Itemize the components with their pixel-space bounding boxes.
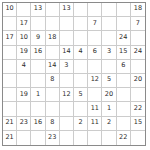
cell-r7c8[interactable]: 20 xyxy=(102,88,116,102)
cell-r6c3[interactable] xyxy=(31,74,45,88)
cell-r2c8[interactable] xyxy=(102,17,116,31)
cell-r3c7[interactable] xyxy=(88,31,102,45)
clue-number: 11 xyxy=(91,119,99,126)
cell-r3c9[interactable]: 24 xyxy=(117,31,131,45)
clue-number: 4 xyxy=(79,48,83,55)
cell-r8c9[interactable] xyxy=(117,102,131,116)
cell-r5c8[interactable] xyxy=(102,60,116,74)
cell-r4c7[interactable]: 6 xyxy=(88,46,102,60)
cell-r7c3[interactable]: 1 xyxy=(31,88,45,102)
cell-r7c9[interactable] xyxy=(117,88,131,102)
cell-r4c6[interactable]: 4 xyxy=(74,46,88,60)
clue-number: 23 xyxy=(48,134,56,141)
clue-number: 8 xyxy=(50,76,54,83)
clue-number: 23 xyxy=(20,119,28,126)
cell-r1c9[interactable] xyxy=(117,3,131,17)
cell-r9c1[interactable]: 21 xyxy=(3,117,17,131)
cell-r10c10[interactable] xyxy=(131,131,145,145)
clue-number: 17 xyxy=(5,34,13,41)
cell-r9c10[interactable]: 15 xyxy=(131,117,145,131)
cell-r3c6[interactable] xyxy=(74,31,88,45)
cell-r7c7[interactable] xyxy=(88,88,102,102)
cell-r6c2[interactable] xyxy=(17,74,31,88)
clue-number: 5 xyxy=(79,91,83,98)
cell-r2c4[interactable] xyxy=(46,17,60,31)
cell-r2c2[interactable]: 17 xyxy=(17,17,31,31)
cell-r4c2[interactable]: 19 xyxy=(17,46,31,60)
cell-r4c3[interactable]: 16 xyxy=(31,46,45,60)
cell-r10c6[interactable] xyxy=(74,131,88,145)
cell-r9c3[interactable]: 16 xyxy=(31,117,45,131)
cell-r4c4[interactable] xyxy=(46,46,60,60)
clue-number: 9 xyxy=(36,34,40,41)
clue-number: 22 xyxy=(119,134,127,141)
clue-number: 1 xyxy=(107,105,111,112)
clue-number: 14 xyxy=(48,62,56,69)
cell-r8c3[interactable] xyxy=(31,102,45,116)
cell-r5c1[interactable] xyxy=(3,60,17,74)
cell-r9c2[interactable]: 23 xyxy=(17,117,31,131)
cell-r7c10[interactable] xyxy=(131,88,145,102)
cell-r1c6[interactable] xyxy=(74,3,88,17)
cell-r3c2[interactable]: 10 xyxy=(17,31,31,45)
clue-number: 11 xyxy=(91,105,99,112)
clue-number: 15 xyxy=(119,48,127,55)
clue-number: 12 xyxy=(62,91,70,98)
clue-number: 24 xyxy=(134,48,142,55)
clue-number: 3 xyxy=(107,48,111,55)
cell-r4c1[interactable] xyxy=(3,46,17,60)
cell-r6c6[interactable] xyxy=(74,74,88,88)
cell-r6c4[interactable]: 8 xyxy=(46,74,60,88)
cell-r1c1[interactable]: 10 xyxy=(3,3,17,17)
cell-r1c8[interactable] xyxy=(102,3,116,17)
cell-r8c7[interactable]: 11 xyxy=(88,102,102,116)
cell-r6c1[interactable] xyxy=(3,74,17,88)
clue-number: 16 xyxy=(34,119,42,126)
cell-r4c9[interactable]: 15 xyxy=(117,46,131,60)
cell-r1c3[interactable]: 13 xyxy=(31,3,45,17)
clue-number: 12 xyxy=(91,76,99,83)
cell-r9c6[interactable]: 2 xyxy=(74,117,88,131)
clue-number: 18 xyxy=(134,5,142,12)
cell-r5c7[interactable] xyxy=(88,60,102,74)
cell-r5c5[interactable]: 3 xyxy=(60,60,74,74)
cell-r5c10[interactable] xyxy=(131,60,145,74)
cell-r4c10[interactable]: 24 xyxy=(131,46,145,60)
cell-r8c2[interactable] xyxy=(17,102,31,116)
cell-r10c8[interactable] xyxy=(102,131,116,145)
cell-r6c5[interactable] xyxy=(60,74,74,88)
clue-number: 14 xyxy=(62,48,70,55)
clue-number: 20 xyxy=(105,91,113,98)
cell-r9c8[interactable]: 2 xyxy=(102,117,116,131)
cell-r5c2[interactable]: 4 xyxy=(17,60,31,74)
cell-r7c4[interactable] xyxy=(46,88,60,102)
cell-r9c4[interactable]: 8 xyxy=(46,117,60,131)
cell-r4c8[interactable]: 3 xyxy=(102,46,116,60)
clue-number: 5 xyxy=(107,76,111,83)
cell-r6c8[interactable]: 5 xyxy=(102,74,116,88)
clue-number: 22 xyxy=(134,105,142,112)
clue-number: 2 xyxy=(107,119,111,126)
cell-r3c1[interactable]: 17 xyxy=(3,31,17,45)
cell-r10c7[interactable] xyxy=(88,131,102,145)
cell-r9c9[interactable] xyxy=(117,117,131,131)
clue-number: 24 xyxy=(119,34,127,41)
cell-r2c1[interactable] xyxy=(3,17,17,31)
cell-r8c4[interactable] xyxy=(46,102,60,116)
clue-number: 3 xyxy=(64,62,68,69)
clue-number: 6 xyxy=(93,48,97,55)
cell-r3c8[interactable] xyxy=(102,31,116,45)
cell-r7c2[interactable]: 19 xyxy=(17,88,31,102)
clue-number: 21 xyxy=(5,134,13,141)
clue-number: 6 xyxy=(121,62,125,69)
cell-r6c10[interactable]: 20 xyxy=(131,74,145,88)
cell-r1c10[interactable]: 18 xyxy=(131,3,145,17)
cell-r10c4[interactable]: 23 xyxy=(46,131,60,145)
cell-r7c5[interactable]: 12 xyxy=(60,88,74,102)
cell-r7c1[interactable] xyxy=(3,88,17,102)
clue-number: 4 xyxy=(22,62,26,69)
cell-r8c10[interactable]: 22 xyxy=(131,102,145,116)
cell-r5c9[interactable]: 6 xyxy=(117,60,131,74)
clue-number: 7 xyxy=(93,20,97,27)
cell-r2c7[interactable]: 7 xyxy=(88,17,102,31)
cell-r8c6[interactable] xyxy=(74,102,88,116)
clue-number: 8 xyxy=(50,119,54,126)
clue-number: 20 xyxy=(134,76,142,83)
cell-r1c7[interactable] xyxy=(88,3,102,17)
cell-r10c9[interactable]: 22 xyxy=(117,131,131,145)
puzzle-board: 1013131817771710918241916144631524414368… xyxy=(2,2,146,146)
cell-r6c7[interactable]: 12 xyxy=(88,74,102,88)
clue-number: 15 xyxy=(134,119,142,126)
clue-number: 13 xyxy=(34,5,42,12)
cell-r7c6[interactable]: 5 xyxy=(74,88,88,102)
clue-number: 19 xyxy=(20,91,28,98)
cell-r3c3[interactable]: 9 xyxy=(31,31,45,45)
cell-r3c10[interactable] xyxy=(131,31,145,45)
cell-r6c9[interactable] xyxy=(117,74,131,88)
clue-number: 7 xyxy=(136,20,140,27)
cell-r8c1[interactable] xyxy=(3,102,17,116)
cell-r8c5[interactable] xyxy=(60,102,74,116)
cell-r10c5[interactable] xyxy=(60,131,74,145)
cell-r2c6[interactable] xyxy=(74,17,88,31)
cell-r2c10[interactable]: 7 xyxy=(131,17,145,31)
clue-number: 17 xyxy=(20,20,28,27)
cell-r8c8[interactable]: 1 xyxy=(102,102,116,116)
cell-r2c3[interactable] xyxy=(31,17,45,31)
cell-r5c3[interactable] xyxy=(31,60,45,74)
cell-r2c5[interactable] xyxy=(60,17,74,31)
clue-number: 1 xyxy=(36,91,40,98)
clue-number: 16 xyxy=(34,48,42,55)
cell-r1c2[interactable] xyxy=(17,3,31,17)
clue-number: 18 xyxy=(48,34,56,41)
cell-r2c9[interactable] xyxy=(117,17,131,31)
cell-r5c4[interactable]: 14 xyxy=(46,60,60,74)
cell-r3c5[interactable] xyxy=(60,31,74,45)
clue-number: 10 xyxy=(5,5,13,12)
cell-r10c3[interactable] xyxy=(31,131,45,145)
clue-number: 19 xyxy=(20,48,28,55)
cell-r4c5[interactable]: 14 xyxy=(60,46,74,60)
cell-r3c4[interactable]: 18 xyxy=(46,31,60,45)
cell-r1c4[interactable] xyxy=(46,3,60,17)
clue-number: 21 xyxy=(5,119,13,126)
cell-r10c1[interactable]: 21 xyxy=(3,131,17,145)
cell-r9c7[interactable]: 11 xyxy=(88,117,102,131)
cell-r10c2[interactable] xyxy=(17,131,31,145)
clue-number: 10 xyxy=(20,34,28,41)
cell-r1c5[interactable]: 13 xyxy=(60,3,74,17)
clue-number: 13 xyxy=(62,5,70,12)
cell-r5c6[interactable] xyxy=(74,60,88,74)
cell-r9c5[interactable] xyxy=(60,117,74,131)
clue-number: 2 xyxy=(79,119,83,126)
